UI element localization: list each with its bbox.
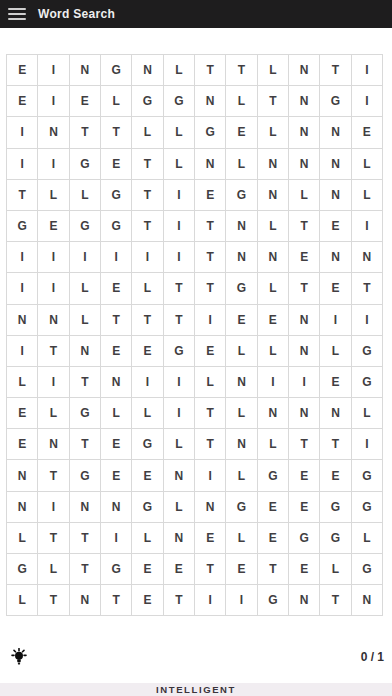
- grid-cell[interactable]: N: [70, 55, 100, 85]
- grid-cell[interactable]: N: [258, 180, 288, 210]
- grid-cell[interactable]: L: [70, 180, 100, 210]
- grid-cell[interactable]: T: [258, 86, 288, 116]
- grid-cell[interactable]: T: [195, 242, 225, 272]
- grid-cell[interactable]: N: [289, 149, 319, 179]
- grid-cell[interactable]: N: [320, 117, 350, 147]
- grid-cell[interactable]: I: [7, 336, 37, 366]
- grid-cell[interactable]: L: [164, 149, 194, 179]
- grid-cell[interactable]: N: [258, 242, 288, 272]
- grid-cell[interactable]: T: [101, 585, 131, 615]
- grid-cell[interactable]: I: [352, 86, 382, 116]
- grid-cell[interactable]: I: [132, 242, 162, 272]
- grid-cell[interactable]: N: [7, 492, 37, 522]
- word-to-find: INTELLIGENT: [156, 684, 236, 695]
- grid-cell[interactable]: G: [132, 429, 162, 459]
- grid-cell[interactable]: N: [352, 585, 382, 615]
- grid-cell[interactable]: G: [164, 86, 194, 116]
- grid-cell[interactable]: T: [132, 149, 162, 179]
- grid-cell[interactable]: E: [226, 305, 256, 335]
- grid-cell[interactable]: N: [70, 492, 100, 522]
- grid-cell[interactable]: E: [195, 523, 225, 553]
- grid-cell[interactable]: T: [258, 554, 288, 584]
- grid-cell[interactable]: E: [132, 554, 162, 584]
- grid-cell[interactable]: I: [38, 86, 68, 116]
- grid-cell[interactable]: G: [70, 460, 100, 490]
- grid-cell[interactable]: E: [195, 180, 225, 210]
- grid-cell[interactable]: E: [132, 585, 162, 615]
- grid-cell[interactable]: N: [38, 305, 68, 335]
- app-title: Word Search: [38, 7, 115, 21]
- grid-cell[interactable]: L: [258, 429, 288, 459]
- grid-cell[interactable]: G: [289, 523, 319, 553]
- grid-cell[interactable]: T: [289, 429, 319, 459]
- grid-cell[interactable]: N: [258, 398, 288, 428]
- grid-cell[interactable]: I: [195, 460, 225, 490]
- grid-cell[interactable]: L: [164, 55, 194, 85]
- grid-cell[interactable]: I: [7, 242, 37, 272]
- grid-cell[interactable]: N: [7, 460, 37, 490]
- grid-cell[interactable]: I: [164, 242, 194, 272]
- grid-cell[interactable]: L: [7, 523, 37, 553]
- grid-cell[interactable]: L: [101, 398, 131, 428]
- grid-cell[interactable]: L: [320, 554, 350, 584]
- grid-cell[interactable]: G: [101, 554, 131, 584]
- grid-cell[interactable]: I: [101, 242, 131, 272]
- grid-cell[interactable]: I: [38, 273, 68, 303]
- grid-cell[interactable]: I: [132, 367, 162, 397]
- grid-cell[interactable]: T: [352, 273, 382, 303]
- grid-cell[interactable]: E: [101, 336, 131, 366]
- grid-cell[interactable]: I: [164, 211, 194, 241]
- grid-cell[interactable]: E: [226, 117, 256, 147]
- grid-cell[interactable]: I: [195, 585, 225, 615]
- grid-cell[interactable]: E: [258, 492, 288, 522]
- grid-cell[interactable]: G: [320, 523, 350, 553]
- grid-cell[interactable]: E: [132, 460, 162, 490]
- grid-cell[interactable]: E: [7, 398, 37, 428]
- grid-cell[interactable]: L: [352, 523, 382, 553]
- grid-cell[interactable]: G: [258, 585, 288, 615]
- grid-cell[interactable]: G: [101, 211, 131, 241]
- grid-cell[interactable]: L: [132, 523, 162, 553]
- grid-cell[interactable]: L: [226, 460, 256, 490]
- grid-cell[interactable]: T: [70, 117, 100, 147]
- hint-lightbulb-icon[interactable]: [10, 647, 28, 667]
- grid-cell[interactable]: L: [132, 117, 162, 147]
- grid-cell[interactable]: G: [7, 211, 37, 241]
- grid-cell[interactable]: G: [320, 492, 350, 522]
- grid-cell[interactable]: I: [258, 367, 288, 397]
- grid-cell[interactable]: L: [226, 149, 256, 179]
- grid-cell[interactable]: T: [70, 523, 100, 553]
- grid-cell[interactable]: N: [38, 429, 68, 459]
- grid-cell[interactable]: T: [320, 55, 350, 85]
- grid-cell[interactable]: L: [164, 429, 194, 459]
- grid-cell[interactable]: N: [101, 367, 131, 397]
- grid-cell[interactable]: T: [132, 305, 162, 335]
- grid-cell[interactable]: E: [38, 211, 68, 241]
- grid-cell[interactable]: T: [101, 117, 131, 147]
- grid-cell[interactable]: T: [320, 585, 350, 615]
- grid-cell[interactable]: G: [70, 149, 100, 179]
- grid-cell[interactable]: N: [226, 429, 256, 459]
- grid-cell[interactable]: G: [258, 460, 288, 490]
- grid-cell[interactable]: T: [195, 429, 225, 459]
- grid-cell[interactable]: I: [352, 211, 382, 241]
- grid-cell[interactable]: N: [289, 585, 319, 615]
- grid-cell[interactable]: N: [289, 117, 319, 147]
- grid-cell[interactable]: I: [320, 305, 350, 335]
- grid-cell[interactable]: L: [38, 398, 68, 428]
- grid-cell[interactable]: I: [289, 367, 319, 397]
- status-row: 0 / 1: [0, 644, 392, 670]
- grid-cell[interactable]: T: [38, 523, 68, 553]
- grid-cell[interactable]: L: [164, 117, 194, 147]
- grid-cell[interactable]: T: [7, 180, 37, 210]
- grid-cell[interactable]: E: [7, 86, 37, 116]
- grid-cell[interactable]: L: [258, 211, 288, 241]
- grid-cell[interactable]: G: [226, 180, 256, 210]
- grid-cell[interactable]: I: [352, 55, 382, 85]
- grid-cell[interactable]: G: [164, 336, 194, 366]
- grid-cell[interactable]: L: [226, 398, 256, 428]
- grid-cell[interactable]: E: [101, 460, 131, 490]
- grid-cell[interactable]: L: [7, 367, 37, 397]
- grid-cell[interactable]: L: [7, 585, 37, 615]
- found-counter: 0 / 1: [361, 650, 384, 664]
- grid-cell[interactable]: N: [320, 180, 350, 210]
- grid-cell[interactable]: E: [226, 554, 256, 584]
- grid-cell[interactable]: L: [320, 336, 350, 366]
- grid-cell[interactable]: I: [38, 492, 68, 522]
- grid-cell[interactable]: I: [164, 398, 194, 428]
- grid-cell[interactable]: G: [132, 86, 162, 116]
- grid-cell[interactable]: N: [70, 585, 100, 615]
- grid-cell[interactable]: I: [352, 429, 382, 459]
- grid-cell[interactable]: N: [164, 460, 194, 490]
- grid-cell[interactable]: T: [289, 273, 319, 303]
- grid-cell[interactable]: T: [38, 460, 68, 490]
- grid-cell[interactable]: N: [226, 367, 256, 397]
- grid-cell[interactable]: G: [320, 86, 350, 116]
- grid-cell[interactable]: I: [7, 273, 37, 303]
- grid-cell[interactable]: T: [195, 211, 225, 241]
- grid-cell[interactable]: E: [320, 367, 350, 397]
- grid-cell[interactable]: L: [258, 336, 288, 366]
- grid-cell[interactable]: T: [70, 429, 100, 459]
- grid-cell[interactable]: T: [195, 398, 225, 428]
- grid-cell[interactable]: T: [70, 554, 100, 584]
- grid-cell[interactable]: N: [7, 305, 37, 335]
- grid-cell[interactable]: I: [38, 55, 68, 85]
- grid-cell[interactable]: N: [101, 492, 131, 522]
- grid-cell[interactable]: T: [289, 211, 319, 241]
- grid-cell[interactable]: G: [352, 367, 382, 397]
- grid-cell[interactable]: G: [352, 554, 382, 584]
- grid-cell[interactable]: I: [7, 117, 37, 147]
- grid-cell[interactable]: N: [258, 149, 288, 179]
- grid-cell[interactable]: I: [101, 523, 131, 553]
- grid-cell[interactable]: N: [38, 117, 68, 147]
- grid-cell[interactable]: E: [352, 117, 382, 147]
- grid-cell[interactable]: L: [38, 180, 68, 210]
- grid-cell[interactable]: L: [226, 523, 256, 553]
- grid-cell[interactable]: L: [195, 367, 225, 397]
- grid-cell[interactable]: N: [132, 55, 162, 85]
- grid-cell[interactable]: N: [289, 398, 319, 428]
- grid-cell[interactable]: I: [226, 585, 256, 615]
- grid-cell[interactable]: L: [132, 273, 162, 303]
- grid-cell[interactable]: N: [164, 523, 194, 553]
- grid-cell[interactable]: I: [38, 367, 68, 397]
- grid-cell[interactable]: G: [101, 55, 131, 85]
- grid-cell[interactable]: L: [70, 273, 100, 303]
- grid-cell[interactable]: E: [320, 460, 350, 490]
- grid-cell[interactable]: T: [195, 273, 225, 303]
- grid-cell[interactable]: L: [258, 273, 288, 303]
- grid-cell[interactable]: I: [195, 305, 225, 335]
- grid-cell[interactable]: G: [352, 336, 382, 366]
- grid-cell[interactable]: L: [164, 492, 194, 522]
- word-search-grid: EINGNLTTLNTIEIELGGNLTNGIINTTLLGELNNEIIGE…: [6, 54, 383, 616]
- grid-cell[interactable]: T: [132, 211, 162, 241]
- grid-cell[interactable]: E: [320, 273, 350, 303]
- grid-cell[interactable]: G: [195, 117, 225, 147]
- grid-cell[interactable]: T: [226, 55, 256, 85]
- grid-cell[interactable]: T: [101, 305, 131, 335]
- grid-cell[interactable]: G: [70, 211, 100, 241]
- grid-cell[interactable]: E: [101, 273, 131, 303]
- grid-cell[interactable]: N: [320, 149, 350, 179]
- grid-cell[interactable]: E: [70, 86, 100, 116]
- grid-cell[interactable]: L: [352, 149, 382, 179]
- grid-cell[interactable]: L: [352, 180, 382, 210]
- grid-cell[interactable]: N: [226, 242, 256, 272]
- grid-cell[interactable]: N: [226, 211, 256, 241]
- grid-cell[interactable]: T: [164, 585, 194, 615]
- grid-cell[interactable]: E: [101, 149, 131, 179]
- grid-cell[interactable]: N: [352, 242, 382, 272]
- grid-cell[interactable]: N: [195, 149, 225, 179]
- grid-cell[interactable]: N: [289, 55, 319, 85]
- grid-cell[interactable]: N: [289, 305, 319, 335]
- grid-cell[interactable]: N: [289, 86, 319, 116]
- grid-cell[interactable]: N: [320, 398, 350, 428]
- grid-cell[interactable]: G: [70, 398, 100, 428]
- grid-cell[interactable]: T: [38, 585, 68, 615]
- grid-cell[interactable]: G: [101, 180, 131, 210]
- grid-cell[interactable]: E: [320, 211, 350, 241]
- grid-cell[interactable]: I: [70, 242, 100, 272]
- grid-cell[interactable]: L: [289, 180, 319, 210]
- grid-cell[interactable]: N: [195, 492, 225, 522]
- grid-cell[interactable]: I: [38, 149, 68, 179]
- grid-cell[interactable]: T: [195, 554, 225, 584]
- menu-icon[interactable]: [8, 8, 26, 20]
- grid-cell[interactable]: I: [352, 305, 382, 335]
- word-bar: INTELLIGENT: [0, 683, 392, 696]
- grid-cell[interactable]: L: [226, 336, 256, 366]
- grid-cell[interactable]: E: [132, 336, 162, 366]
- grid-cell[interactable]: N: [320, 242, 350, 272]
- grid-cell[interactable]: L: [258, 117, 288, 147]
- grid-cell[interactable]: E: [101, 429, 131, 459]
- grid-cell[interactable]: L: [101, 86, 131, 116]
- grid-cell[interactable]: T: [164, 273, 194, 303]
- grid-cell[interactable]: T: [132, 180, 162, 210]
- grid-cell[interactable]: E: [289, 242, 319, 272]
- grid-cell[interactable]: I: [38, 242, 68, 272]
- grid-cell[interactable]: I: [164, 367, 194, 397]
- grid-cell[interactable]: E: [195, 336, 225, 366]
- grid-cell[interactable]: L: [132, 398, 162, 428]
- grid-cell[interactable]: L: [38, 554, 68, 584]
- grid-cell[interactable]: E: [289, 492, 319, 522]
- grid-cell[interactable]: G: [352, 460, 382, 490]
- grid-cell[interactable]: E: [258, 523, 288, 553]
- grid-cell[interactable]: L: [226, 86, 256, 116]
- grid-cell[interactable]: E: [7, 55, 37, 85]
- grid-cell[interactable]: L: [70, 305, 100, 335]
- grid-cell[interactable]: I: [164, 180, 194, 210]
- grid-cell[interactable]: E: [289, 554, 319, 584]
- grid-cell[interactable]: G: [226, 492, 256, 522]
- grid-cell[interactable]: G: [7, 554, 37, 584]
- grid-cell[interactable]: L: [258, 55, 288, 85]
- grid-cell[interactable]: E: [289, 460, 319, 490]
- grid-cell[interactable]: T: [195, 55, 225, 85]
- grid-cell[interactable]: N: [195, 86, 225, 116]
- grid-cell[interactable]: T: [70, 367, 100, 397]
- grid-cell[interactable]: G: [352, 492, 382, 522]
- grid-cell[interactable]: I: [7, 149, 37, 179]
- app-bar: Word Search: [0, 0, 392, 28]
- grid-cell[interactable]: T: [164, 305, 194, 335]
- grid-cell[interactable]: T: [320, 429, 350, 459]
- grid-cell[interactable]: E: [7, 429, 37, 459]
- grid-cell[interactable]: G: [132, 492, 162, 522]
- grid-cell[interactable]: N: [70, 336, 100, 366]
- grid-cell[interactable]: T: [38, 336, 68, 366]
- grid-cell[interactable]: E: [258, 305, 288, 335]
- grid-cell[interactable]: N: [289, 336, 319, 366]
- grid-cell[interactable]: E: [164, 554, 194, 584]
- grid-cell[interactable]: L: [352, 398, 382, 428]
- grid-cell[interactable]: G: [226, 273, 256, 303]
